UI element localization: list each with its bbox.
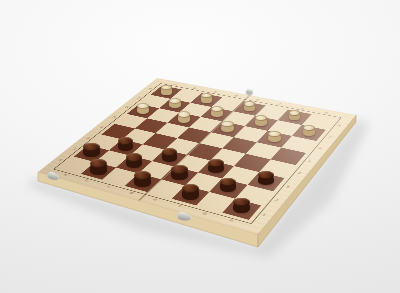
- checker-light: [268, 131, 281, 143]
- checker-dark: [171, 165, 187, 180]
- checker-light: [303, 125, 315, 136]
- checker-light: [169, 98, 181, 109]
- checker-light: [289, 110, 300, 120]
- checker-dark: [162, 148, 177, 162]
- checker-light: [201, 93, 212, 103]
- checker-dark: [126, 153, 142, 168]
- checker-dark: [118, 137, 133, 151]
- checker-light: [161, 85, 172, 95]
- checker-dark: [90, 159, 107, 175]
- pieces-layer: [0, 0, 400, 293]
- checker-light: [221, 121, 234, 133]
- checker-light: [178, 111, 191, 123]
- checker-dark: [233, 198, 250, 214]
- checker-dark: [182, 184, 199, 200]
- hinge-notch-icon: [246, 88, 254, 94]
- checker-light: [137, 103, 150, 115]
- product-photo-stage: aa88bb77cc66dd55ee44ff33gg22hh11: [0, 0, 400, 293]
- checker-light: [255, 115, 267, 126]
- checker-light: [244, 101, 255, 111]
- checker-dark: [220, 178, 236, 193]
- checker-dark: [83, 143, 99, 158]
- checker-dark: [134, 171, 151, 187]
- checker-light: [211, 106, 223, 117]
- checker-dark: [208, 159, 223, 173]
- checker-dark: [258, 171, 273, 185]
